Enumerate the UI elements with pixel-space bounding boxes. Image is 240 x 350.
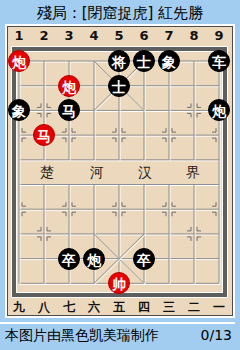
piece-black-cannon[interactable]: 炮: [83, 248, 105, 270]
piece-black-king[interactable]: 将: [108, 50, 130, 72]
file-label-top: 6: [139, 28, 148, 43]
file-label-top: 3: [64, 28, 73, 43]
piece-red-horse[interactable]: 马: [33, 124, 55, 146]
file-label-bottom: 九: [13, 299, 25, 316]
piece-red-cannon[interactable]: 炮: [58, 75, 80, 97]
file-label-top: 8: [189, 28, 198, 43]
file-label-top: 1: [14, 28, 23, 43]
footer-separator: [0, 322, 235, 324]
river-char: 河: [90, 164, 104, 182]
puzzle-title: 殘局：[閉窟捉虎] 紅先勝: [0, 0, 240, 25]
screen: 殘局：[閉窟捉虎] 紅先勝 123456789 九八七六五四三二一 楚河汉界 炮…: [0, 0, 240, 350]
river-char: 楚: [40, 164, 54, 182]
file-label-bottom: 二: [188, 299, 200, 316]
piece-black-elephant[interactable]: 象: [158, 50, 180, 72]
move-counter: 0/13: [201, 327, 232, 343]
file-label-bottom: 三: [163, 299, 175, 316]
file-label-bottom: 六: [88, 299, 100, 316]
file-label-bottom: 八: [38, 299, 50, 316]
file-label-top: 7: [164, 28, 173, 43]
file-label-top: 9: [214, 28, 223, 43]
piece-black-advisor[interactable]: 士: [108, 75, 130, 97]
file-label-top: 5: [114, 28, 123, 43]
credit-text: 本图片由黑色凯美瑞制作: [5, 327, 159, 345]
file-label-bottom: 一: [213, 299, 225, 316]
file-label-bottom: 五: [113, 299, 125, 316]
file-label-top: 4: [89, 28, 98, 43]
river-char: 界: [186, 164, 200, 182]
file-label-bottom: 四: [138, 299, 150, 316]
river-char: 汉: [138, 164, 152, 182]
piece-red-cannon[interactable]: 炮: [8, 50, 30, 72]
piece-black-rook[interactable]: 车: [208, 50, 230, 72]
file-label-top: 2: [39, 28, 48, 43]
xiangqi-board: 123456789 九八七六五四三二一 楚河汉界 炮将士象车炮士象马炮马卒炮卒帅: [7, 26, 233, 316]
piece-black-pawn[interactable]: 卒: [133, 248, 155, 270]
piece-black-advisor[interactable]: 士: [133, 50, 155, 72]
file-label-bottom: 七: [63, 299, 75, 316]
piece-black-pawn[interactable]: 卒: [58, 248, 80, 270]
